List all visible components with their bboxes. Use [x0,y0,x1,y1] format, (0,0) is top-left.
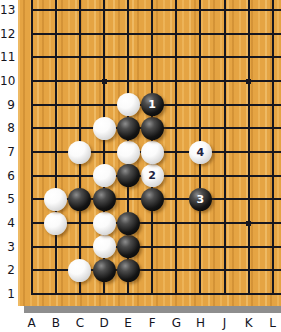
white-stone-E9[interactable] [117,93,140,116]
column-label-G: G [167,316,185,330]
row-label-5: 5 [0,192,15,206]
black-stone-E3[interactable] [117,235,140,258]
row-label-13: 13 [0,3,15,17]
white-stone-D6[interactable] [93,164,116,187]
go-board[interactable]: 2413 [18,0,281,306]
white-stone-B5[interactable] [44,188,67,211]
white-stone-D8[interactable] [93,117,116,140]
column-label-F: F [143,316,161,330]
white-stone-D4[interactable] [93,212,116,235]
row-label-1: 1 [0,287,15,301]
white-stone-E7[interactable] [117,141,140,164]
grid-line-horizontal-13 [31,9,281,11]
black-stone-E6[interactable] [117,164,140,187]
grid-line-horizontal-12 [31,33,281,35]
row-label-11: 11 [0,50,15,64]
row-label-10: 10 [0,74,15,88]
grid-line-vertical-G [175,0,177,295]
grid-line-vertical-B [55,0,57,295]
column-label-K: K [240,316,258,330]
white-stone-D3[interactable] [93,235,116,258]
grid-line-horizontal-10 [31,80,281,82]
grid-line-vertical-J [224,0,226,295]
board-shadow [24,306,281,313]
column-label-J: J [216,316,234,330]
star-point-K4 [246,221,251,226]
grid-line-vertical-L [272,0,274,295]
grid-line-horizontal-1 [31,293,281,295]
black-stone-C5[interactable] [68,188,91,211]
move-number-3: 3 [189,188,212,211]
column-label-A: A [23,316,41,330]
black-stone-D5[interactable] [93,188,116,211]
move-number-2: 2 [141,164,164,187]
go-diagram: 2413 13121110987654321ABCDEFGHJKL [0,0,281,332]
black-stone-E8[interactable] [117,117,140,140]
black-stone-D2[interactable] [93,259,116,282]
column-label-H: H [191,316,209,330]
black-stone-E2[interactable] [117,259,140,282]
black-stone-F8[interactable] [141,117,164,140]
column-label-B: B [47,316,65,330]
black-stone-F5[interactable] [141,188,164,211]
grid-line-horizontal-3 [31,246,281,248]
move-number-4: 4 [189,141,212,164]
move-number-1: 1 [141,93,164,116]
white-stone-F6[interactable]: 2 [141,164,164,187]
grid-line-vertical-A [31,0,33,295]
row-label-8: 8 [0,121,15,135]
column-label-E: E [119,316,137,330]
row-label-3: 3 [0,240,15,254]
white-stone-H7[interactable]: 4 [189,141,212,164]
grid-line-vertical-K [248,0,250,295]
black-stone-H5[interactable]: 3 [189,188,212,211]
grid-line-horizontal-4 [31,222,281,224]
row-label-2: 2 [0,263,15,277]
white-stone-C2[interactable] [68,259,91,282]
column-label-L: L [264,316,281,330]
row-label-12: 12 [0,27,15,41]
row-label-6: 6 [0,169,15,183]
white-stone-F7[interactable] [141,141,164,164]
white-stone-B4[interactable] [44,212,67,235]
row-label-7: 7 [0,145,15,159]
row-label-9: 9 [0,98,15,112]
row-label-4: 4 [0,216,15,230]
black-stone-F9[interactable]: 1 [141,93,164,116]
star-point-D10 [102,79,107,84]
grid-line-horizontal-11 [31,56,281,58]
white-stone-C7[interactable] [68,141,91,164]
star-point-K10 [246,79,251,84]
black-stone-E4[interactable] [117,212,140,235]
column-label-C: C [71,316,89,330]
column-label-D: D [95,316,113,330]
